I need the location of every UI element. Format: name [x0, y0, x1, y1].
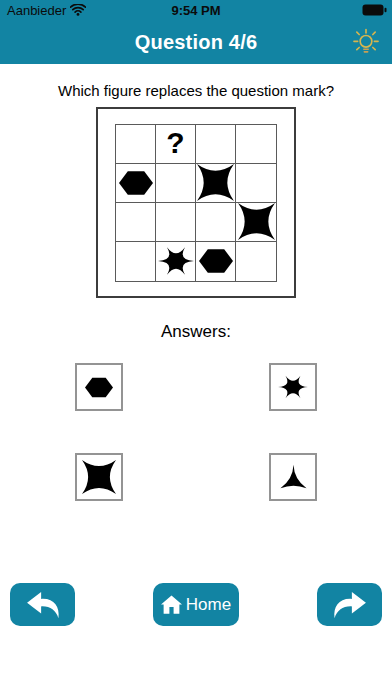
- grid-cell-r4c4: [236, 242, 276, 281]
- grid-cell-r3c4: [236, 203, 276, 242]
- grid-cell-r1c1: [116, 125, 156, 164]
- lightbulb-icon: [351, 28, 381, 58]
- answers-label: Answers:: [0, 322, 392, 342]
- answer-options: [0, 363, 392, 501]
- grid-cell-r2c3: [196, 164, 236, 203]
- grid-cell-r3c2: [156, 203, 196, 242]
- back-arrow-icon: [25, 590, 61, 620]
- grid-cell-r2c2: [156, 164, 196, 203]
- home-button-label: Home: [186, 595, 231, 615]
- grid-cell-r3c3: [196, 203, 236, 242]
- grid-cell-r2c4: [236, 164, 276, 203]
- forward-arrow-icon: [332, 590, 368, 620]
- hint-button[interactable]: [350, 27, 382, 59]
- grid-cell-r1c3: [196, 125, 236, 164]
- bottom-nav: Home: [0, 583, 392, 626]
- puzzle-frame: ?: [96, 107, 296, 298]
- status-bar: Aanbieder 9:54 PM: [0, 0, 392, 20]
- next-question-button[interactable]: [317, 583, 382, 626]
- grid-cell-r4c2: [156, 242, 196, 281]
- puzzle-grid: ?: [115, 124, 277, 282]
- grid-cell-r4c3: [196, 242, 236, 281]
- grid-cell-r2c1: [116, 164, 156, 203]
- previous-question-button[interactable]: [10, 583, 75, 626]
- answer-option-4[interactable]: [269, 453, 317, 501]
- grid-cell-r1c4: [236, 125, 276, 164]
- grid-cell-r1c2: ?: [156, 125, 196, 164]
- status-time: 9:54 PM: [0, 3, 392, 18]
- answer-option-3[interactable]: [75, 453, 123, 501]
- answer-option-1[interactable]: [75, 363, 123, 411]
- home-icon: [161, 595, 182, 615]
- grid-cell-r3c1: [116, 203, 156, 242]
- answer-option-2[interactable]: [269, 363, 317, 411]
- header: Question 4/6: [0, 20, 392, 64]
- question-prompt: Which figure replaces the question mark?: [0, 82, 392, 100]
- home-button[interactable]: Home: [153, 583, 239, 626]
- page-title: Question 4/6: [135, 31, 257, 54]
- grid-cell-r4c1: [116, 242, 156, 281]
